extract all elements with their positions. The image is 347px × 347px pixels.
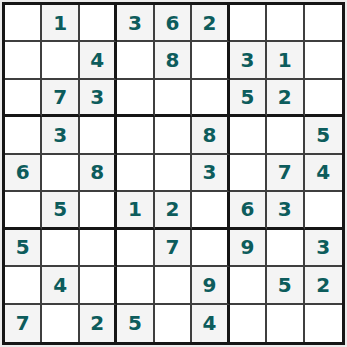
cell-r4c3[interactable] — [80, 117, 117, 154]
cell-r5c1: 6 — [5, 155, 42, 192]
cell-r6c3[interactable] — [80, 192, 117, 229]
cell-r1c5: 6 — [155, 5, 192, 42]
cell-r5c4[interactable] — [117, 155, 154, 192]
cell-r5c7[interactable] — [230, 155, 267, 192]
cell-r1c8[interactable] — [267, 5, 304, 42]
cell-r9c2[interactable] — [42, 305, 79, 342]
cell-r1c9[interactable] — [305, 5, 342, 42]
cell-r9c1: 7 — [5, 305, 42, 342]
cell-r5c2[interactable] — [42, 155, 79, 192]
cell-r8c8: 5 — [267, 267, 304, 304]
cell-r4c6: 8 — [192, 117, 229, 154]
cell-r2c7: 3 — [230, 42, 267, 79]
cell-r5c5[interactable] — [155, 155, 192, 192]
cell-r2c3: 4 — [80, 42, 117, 79]
cell-r3c2: 7 — [42, 80, 79, 117]
cell-r8c3[interactable] — [80, 267, 117, 304]
cell-r4c2: 3 — [42, 117, 79, 154]
cell-r9c5[interactable] — [155, 305, 192, 342]
cell-r6c5: 2 — [155, 192, 192, 229]
cell-r3c5[interactable] — [155, 80, 192, 117]
cell-r4c8[interactable] — [267, 117, 304, 154]
cell-r5c6: 3 — [192, 155, 229, 192]
cell-r1c7[interactable] — [230, 5, 267, 42]
cell-r2c6[interactable] — [192, 42, 229, 79]
cell-r9c9[interactable] — [305, 305, 342, 342]
cell-r4c5[interactable] — [155, 117, 192, 154]
cell-r5c9: 4 — [305, 155, 342, 192]
cell-r7c3[interactable] — [80, 230, 117, 267]
cell-r1c3[interactable] — [80, 5, 117, 42]
cell-r6c4: 1 — [117, 192, 154, 229]
cell-r9c7[interactable] — [230, 305, 267, 342]
cell-r4c1[interactable] — [5, 117, 42, 154]
cell-r7c7: 9 — [230, 230, 267, 267]
cell-r6c6[interactable] — [192, 192, 229, 229]
cell-r7c6[interactable] — [192, 230, 229, 267]
cell-r8c7[interactable] — [230, 267, 267, 304]
cell-r8c5[interactable] — [155, 267, 192, 304]
cell-r3c7: 5 — [230, 80, 267, 117]
cell-r2c4[interactable] — [117, 42, 154, 79]
cell-r8c4[interactable] — [117, 267, 154, 304]
cell-r7c9: 3 — [305, 230, 342, 267]
cell-r8c1[interactable] — [5, 267, 42, 304]
cell-r5c8: 7 — [267, 155, 304, 192]
cell-r6c1[interactable] — [5, 192, 42, 229]
cell-r9c4: 5 — [117, 305, 154, 342]
cell-r6c9[interactable] — [305, 192, 342, 229]
cell-r1c4: 3 — [117, 5, 154, 42]
cell-r2c5: 8 — [155, 42, 192, 79]
cell-r8c2: 4 — [42, 267, 79, 304]
cell-r4c9: 5 — [305, 117, 342, 154]
cell-r9c3: 2 — [80, 305, 117, 342]
cell-r3c8: 2 — [267, 80, 304, 117]
cell-r3c3: 3 — [80, 80, 117, 117]
cell-r6c2: 5 — [42, 192, 79, 229]
cell-r3c1[interactable] — [5, 80, 42, 117]
cell-r2c8: 1 — [267, 42, 304, 79]
cell-r2c9[interactable] — [305, 42, 342, 79]
cell-r3c9[interactable] — [305, 80, 342, 117]
cell-r1c2: 1 — [42, 5, 79, 42]
cell-r2c2[interactable] — [42, 42, 79, 79]
cell-r7c8[interactable] — [267, 230, 304, 267]
cell-r2c1[interactable] — [5, 42, 42, 79]
cell-r6c8: 3 — [267, 192, 304, 229]
cell-r1c6: 2 — [192, 5, 229, 42]
cell-r7c1: 5 — [5, 230, 42, 267]
cell-r3c6[interactable] — [192, 80, 229, 117]
cell-r5c3: 8 — [80, 155, 117, 192]
cell-r9c8[interactable] — [267, 305, 304, 342]
cell-r4c4[interactable] — [117, 117, 154, 154]
cell-r3c4[interactable] — [117, 80, 154, 117]
cell-r4c7[interactable] — [230, 117, 267, 154]
cell-r7c4[interactable] — [117, 230, 154, 267]
sudoku-board: 1362483173523856837451263579349527254 — [2, 2, 345, 345]
cell-r8c6: 9 — [192, 267, 229, 304]
cell-r7c5: 7 — [155, 230, 192, 267]
cell-r7c2[interactable] — [42, 230, 79, 267]
cell-r6c7: 6 — [230, 192, 267, 229]
cell-r8c9: 2 — [305, 267, 342, 304]
cell-r1c1[interactable] — [5, 5, 42, 42]
cell-r9c6: 4 — [192, 305, 229, 342]
